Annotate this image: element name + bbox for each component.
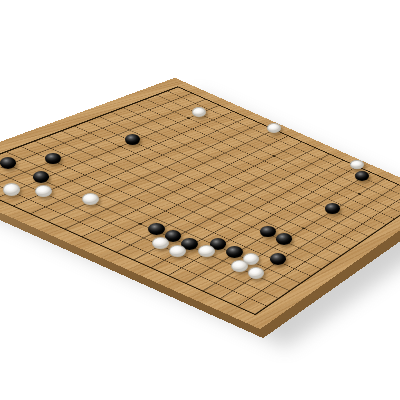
black-stone[interactable]	[148, 223, 165, 235]
black-stone[interactable]	[125, 134, 140, 145]
black-stone[interactable]	[0, 157, 16, 169]
black-stone[interactable]	[276, 233, 292, 244]
black-stone[interactable]	[260, 226, 276, 237]
black-stone[interactable]	[226, 246, 242, 258]
white-stone[interactable]	[169, 245, 186, 257]
black-stone[interactable]	[325, 203, 340, 214]
white-stone[interactable]	[35, 185, 52, 197]
white-stone[interactable]	[248, 267, 265, 279]
white-stone[interactable]	[350, 160, 364, 170]
white-stone[interactable]	[3, 183, 20, 195]
white-stone[interactable]	[192, 107, 206, 117]
stone-layer	[0, 0, 400, 400]
white-stone[interactable]	[152, 237, 169, 249]
white-stone[interactable]	[231, 260, 248, 272]
white-stone[interactable]	[82, 193, 99, 205]
black-stone[interactable]	[45, 153, 61, 165]
white-stone[interactable]	[267, 123, 281, 133]
black-stone[interactable]	[33, 171, 50, 183]
go-board-scene	[0, 0, 400, 400]
black-stone[interactable]	[355, 171, 369, 181]
white-stone[interactable]	[198, 245, 215, 257]
black-stone[interactable]	[270, 253, 286, 265]
